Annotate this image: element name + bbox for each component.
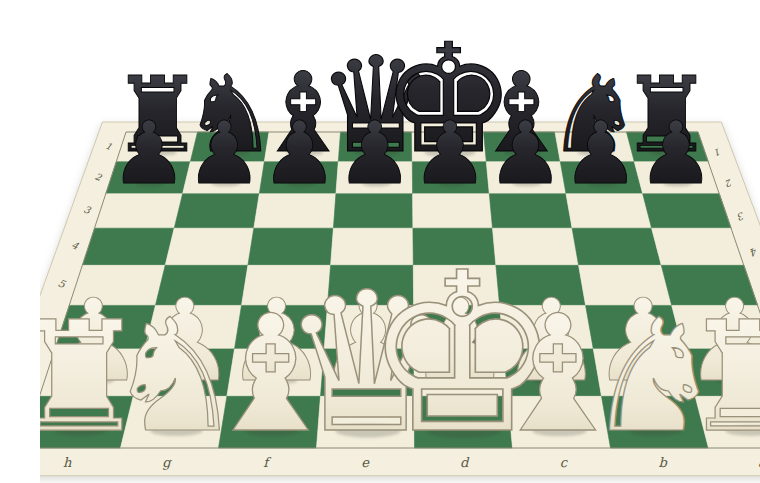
square-a4[interactable] — [652, 228, 744, 265]
square-g4[interactable] — [165, 228, 254, 265]
piece-black-pawn-h2[interactable]: ♟ — [110, 103, 187, 203]
piece-white-rook-a8[interactable]: ♜ — [681, 288, 760, 466]
piece-black-pawn-d2[interactable]: ♟ — [411, 103, 488, 203]
piece-black-pawn-a2[interactable]: ♟ — [637, 103, 714, 203]
piece-black-pawn-e2[interactable]: ♟ — [336, 103, 413, 203]
square-h4[interactable] — [83, 228, 175, 265]
square-b4[interactable] — [572, 228, 661, 265]
piece-black-pawn-c2[interactable]: ♟ — [487, 103, 564, 203]
piece-black-pawn-g2[interactable]: ♟ — [185, 103, 262, 203]
piece-black-pawn-f2[interactable]: ♟ — [261, 103, 338, 203]
piece-black-pawn-b2[interactable]: ♟ — [562, 103, 639, 203]
board-photo-svg: hgfedcba1122334455667788♜♞♝♛♚♝♞♜♟♟♟♟♟♟♟♟… — [40, 16, 760, 483]
chessboard-scene: hgfedcba1122334455667788♜♞♝♛♚♝♞♜♟♟♟♟♟♟♟♟… — [40, 16, 760, 483]
